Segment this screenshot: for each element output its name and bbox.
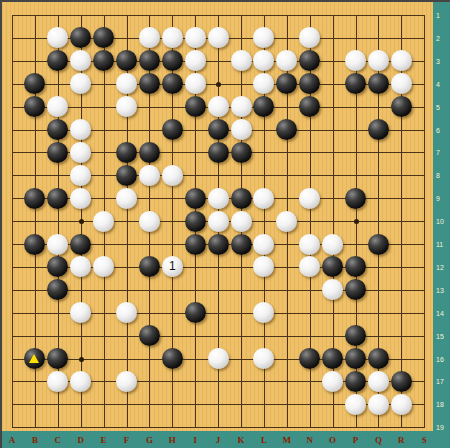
column-label: N [306, 435, 313, 445]
white-stone[interactable] [116, 371, 137, 392]
black-stone[interactable] [139, 142, 160, 163]
row-label: 1 [436, 12, 440, 19]
white-stone[interactable] [253, 348, 274, 369]
black-stone[interactable] [231, 234, 252, 255]
column-label: G [146, 435, 153, 445]
white-stone[interactable] [276, 211, 297, 232]
white-stone[interactable] [253, 302, 274, 323]
white-stone[interactable] [185, 50, 206, 71]
black-stone[interactable] [139, 73, 160, 94]
row-label: 2 [436, 34, 440, 41]
white-stone[interactable] [208, 188, 229, 209]
black-stone[interactable] [24, 234, 45, 255]
column-label: J [216, 435, 221, 445]
column-label: I [193, 435, 197, 445]
white-stone[interactable] [368, 50, 389, 71]
row-label: 9 [436, 195, 440, 202]
row-coordinate-strip: 12345678910111213141516171819 [433, 2, 450, 448]
white-stone[interactable] [70, 50, 91, 71]
row-label: 10 [436, 218, 444, 225]
black-stone[interactable] [116, 142, 137, 163]
white-stone[interactable] [368, 394, 389, 415]
black-stone[interactable] [391, 96, 412, 117]
star-point [79, 357, 84, 362]
black-stone[interactable] [185, 96, 206, 117]
black-stone[interactable] [185, 302, 206, 323]
white-stone[interactable] [253, 188, 274, 209]
move-number-label: 1 [162, 256, 183, 277]
black-stone[interactable] [24, 96, 45, 117]
black-stone[interactable] [208, 142, 229, 163]
white-stone[interactable] [322, 279, 343, 300]
black-stone[interactable] [70, 234, 91, 255]
row-label: 17 [436, 378, 444, 385]
white-stone[interactable] [208, 211, 229, 232]
black-stone[interactable] [299, 96, 320, 117]
black-stone[interactable] [47, 256, 68, 277]
white-stone[interactable] [208, 348, 229, 369]
row-label: 3 [436, 57, 440, 64]
column-label: P [353, 435, 359, 445]
white-stone[interactable] [70, 119, 91, 140]
black-stone[interactable] [345, 348, 366, 369]
white-stone[interactable] [162, 165, 183, 186]
white-stone[interactable] [253, 27, 274, 48]
black-stone[interactable] [93, 27, 114, 48]
white-stone[interactable] [345, 50, 366, 71]
black-stone[interactable] [24, 188, 45, 209]
white-stone[interactable] [299, 256, 320, 277]
black-stone[interactable] [231, 188, 252, 209]
black-stone[interactable] [299, 50, 320, 71]
column-label: Q [375, 435, 382, 445]
black-stone[interactable] [47, 119, 68, 140]
white-stone[interactable] [47, 371, 68, 392]
white-stone[interactable] [93, 211, 114, 232]
black-stone[interactable] [345, 279, 366, 300]
go-board-window: 1 12345678910111213141516171819 ABCDEFGH… [0, 0, 450, 448]
column-label: R [398, 435, 405, 445]
black-stone[interactable] [208, 234, 229, 255]
white-stone[interactable] [231, 119, 252, 140]
column-label: M [283, 435, 292, 445]
black-stone[interactable] [345, 73, 366, 94]
black-stone[interactable] [368, 348, 389, 369]
black-stone[interactable] [368, 234, 389, 255]
black-stone[interactable] [345, 325, 366, 346]
black-stone[interactable] [47, 348, 68, 369]
row-label: 19 [436, 424, 444, 431]
black-stone[interactable] [47, 188, 68, 209]
row-label: 12 [436, 263, 444, 270]
row-label: 6 [436, 126, 440, 133]
black-stone[interactable] [322, 256, 343, 277]
black-stone[interactable] [47, 142, 68, 163]
white-stone[interactable] [70, 256, 91, 277]
black-stone[interactable] [185, 188, 206, 209]
row-label: 15 [436, 332, 444, 339]
white-stone[interactable] [391, 394, 412, 415]
white-stone[interactable] [299, 188, 320, 209]
white-stone[interactable] [70, 302, 91, 323]
white-stone[interactable] [70, 142, 91, 163]
row-label: 5 [436, 103, 440, 110]
column-label: A [9, 435, 16, 445]
black-stone[interactable] [345, 371, 366, 392]
black-stone[interactable] [139, 256, 160, 277]
column-label: E [101, 435, 107, 445]
white-stone[interactable] [253, 234, 274, 255]
star-point [354, 219, 359, 224]
black-stone[interactable] [368, 73, 389, 94]
row-label: 11 [436, 241, 443, 248]
white-stone[interactable] [47, 234, 68, 255]
white-stone[interactable] [185, 73, 206, 94]
black-stone[interactable] [93, 50, 114, 71]
column-label: C [55, 435, 62, 445]
black-stone[interactable] [299, 348, 320, 369]
black-stone[interactable] [162, 348, 183, 369]
black-stone[interactable] [24, 73, 45, 94]
column-coordinate-strip: ABCDEFGHIJKLMNOPQRS [2, 431, 450, 448]
black-stone[interactable] [47, 50, 68, 71]
white-stone[interactable] [208, 27, 229, 48]
white-stone[interactable] [116, 73, 137, 94]
grid-line [424, 15, 425, 428]
black-stone[interactable] [276, 119, 297, 140]
white-stone[interactable] [47, 27, 68, 48]
black-stone[interactable] [162, 50, 183, 71]
black-stone[interactable] [231, 142, 252, 163]
row-label: 16 [436, 355, 444, 362]
column-label: L [261, 435, 267, 445]
white-stone[interactable] [93, 256, 114, 277]
black-stone[interactable] [208, 119, 229, 140]
black-stone[interactable] [162, 73, 183, 94]
row-label: 4 [436, 80, 440, 87]
white-stone[interactable] [70, 73, 91, 94]
white-stone[interactable] [116, 188, 137, 209]
black-stone[interactable] [70, 27, 91, 48]
column-label: D [77, 435, 84, 445]
row-label: 18 [436, 401, 444, 408]
column-label: O [329, 435, 336, 445]
column-label: F [124, 435, 130, 445]
black-stone[interactable] [185, 234, 206, 255]
triangle-marker [29, 354, 39, 363]
white-stone[interactable] [162, 27, 183, 48]
white-stone[interactable] [391, 73, 412, 94]
row-label: 14 [436, 309, 444, 316]
black-stone[interactable] [116, 50, 137, 71]
black-stone[interactable] [47, 279, 68, 300]
white-stone[interactable] [368, 371, 389, 392]
black-stone[interactable] [185, 211, 206, 232]
black-stone[interactable] [368, 119, 389, 140]
star-point [79, 219, 84, 224]
white-stone[interactable] [253, 73, 274, 94]
white-stone[interactable] [299, 234, 320, 255]
white-stone[interactable] [276, 50, 297, 71]
row-label: 8 [436, 172, 440, 179]
black-stone[interactable] [391, 371, 412, 392]
white-stone[interactable] [253, 50, 274, 71]
column-label: B [32, 435, 38, 445]
white-stone[interactable] [116, 302, 137, 323]
white-stone[interactable] [345, 394, 366, 415]
black-stone[interactable] [299, 73, 320, 94]
row-label: 13 [436, 286, 444, 293]
grid-line [12, 427, 425, 428]
white-stone[interactable] [299, 27, 320, 48]
black-stone[interactable] [322, 348, 343, 369]
black-stone[interactable] [139, 325, 160, 346]
star-point [216, 82, 221, 87]
white-stone[interactable] [70, 188, 91, 209]
white-stone[interactable] [231, 50, 252, 71]
black-stone[interactable] [345, 256, 366, 277]
row-label: 7 [436, 149, 440, 156]
black-stone[interactable] [253, 96, 274, 117]
white-stone[interactable] [139, 211, 160, 232]
white-stone[interactable] [391, 50, 412, 71]
black-stone[interactable] [276, 73, 297, 94]
board-surface[interactable]: 1 [2, 2, 435, 433]
black-stone[interactable] [345, 188, 366, 209]
black-stone[interactable] [162, 119, 183, 140]
column-label: H [169, 435, 176, 445]
column-label: K [237, 435, 244, 445]
black-stone[interactable] [116, 165, 137, 186]
white-stone[interactable] [231, 96, 252, 117]
white-stone[interactable] [185, 27, 206, 48]
white-stone[interactable] [231, 211, 252, 232]
white-stone[interactable] [139, 165, 160, 186]
white-stone[interactable] [322, 371, 343, 392]
white-stone[interactable] [70, 165, 91, 186]
white-stone[interactable] [322, 234, 343, 255]
white-stone[interactable] [70, 371, 91, 392]
white-stone[interactable] [139, 27, 160, 48]
white-stone[interactable] [47, 96, 68, 117]
black-stone[interactable] [139, 50, 160, 71]
white-stone[interactable] [253, 256, 274, 277]
white-stone[interactable] [208, 96, 229, 117]
white-stone[interactable] [116, 96, 137, 117]
column-label: S [422, 435, 427, 445]
